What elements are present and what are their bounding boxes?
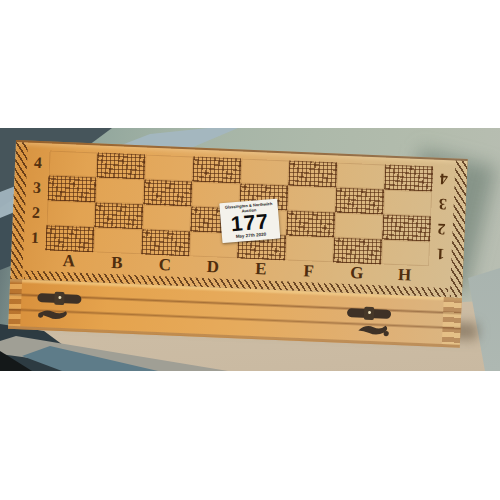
square-f3 [287,185,336,212]
square-c1 [141,229,190,256]
file-label-g: G [332,262,381,285]
square-f4 [288,160,337,187]
square-a4 [49,150,98,177]
rank-label-right-2: 2 [430,216,453,242]
finger-joints-left [8,279,22,326]
rank-label-right-3: 3 [431,191,454,217]
square-d4 [192,156,241,183]
auction-photo: 4 3 2 1 4 3 2 1 [0,128,500,371]
rank-labels-right: 4 3 2 1 [429,166,455,267]
square-g4 [336,162,385,189]
right-hook-latch [356,322,391,341]
square-c3 [143,179,192,206]
square-g1 [333,237,382,264]
square-b1 [93,227,142,254]
left-hook-latch [36,307,81,327]
rank-label-left-1: 1 [23,224,46,250]
rank-label-right-4: 4 [432,166,455,192]
file-label-c: C [140,254,189,277]
left-clasp [36,293,81,327]
square-c2 [142,204,191,231]
file-labels-right-spacer [428,266,451,288]
square-h2 [382,214,431,241]
square-b4 [97,152,146,179]
auction-lot-sticker: Glassington & Northwich Auction 177 May … [219,199,280,244]
square-a3 [47,175,96,202]
file-labels-left-spacer [23,249,46,271]
left-clasp-plate [37,293,81,304]
square-c4 [144,154,193,181]
square-a2 [46,200,95,227]
square-f2 [286,210,335,237]
square-g2 [334,212,383,239]
chess-board: 4 3 2 1 4 3 2 1 [10,140,467,298]
square-h3 [383,189,432,216]
chess-box: 4 3 2 1 4 3 2 1 [8,140,468,348]
rank-label-left-4: 4 [27,149,50,175]
file-label-e: E [236,258,285,281]
square-b2 [94,202,143,229]
square-e4 [240,158,289,185]
right-clasp-plate [347,308,391,319]
finger-joints-right [442,297,462,345]
file-label-f: F [284,260,333,283]
rank-label-left-2: 2 [24,199,47,225]
file-label-b: B [92,252,141,275]
square-g3 [335,187,384,214]
square-f1 [285,235,334,262]
file-label-a: A [45,250,94,273]
square-h4 [384,164,433,191]
file-label-h: H [380,264,429,287]
screenshot-canvas: 4 3 2 1 4 3 2 1 [0,0,500,500]
square-a1 [45,225,94,252]
rank-label-right-1: 1 [429,241,452,267]
file-label-d: D [188,256,237,279]
square-b3 [95,177,144,204]
right-clasp [346,308,391,342]
square-h1 [381,239,430,266]
rank-label-left-3: 3 [26,174,49,200]
